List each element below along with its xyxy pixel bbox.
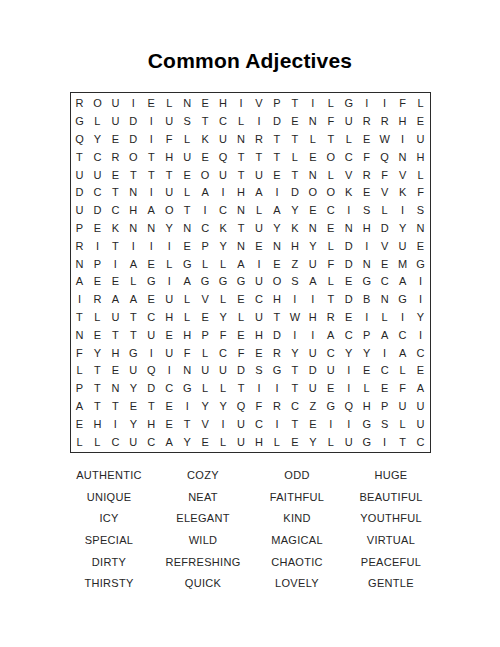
grid-cell[interactable]: O [304, 184, 322, 202]
grid-cell[interactable]: L [304, 131, 322, 149]
grid-cell[interactable]: C [322, 344, 340, 362]
grid-cell[interactable]: F [214, 326, 232, 344]
grid-cell[interactable]: V [250, 95, 268, 113]
grid-cell[interactable]: U [304, 255, 322, 273]
grid-cell[interactable]: L [214, 380, 232, 398]
grid-cell[interactable]: L [322, 166, 340, 184]
grid-cell[interactable]: A [106, 291, 124, 309]
grid-cell[interactable]: V [340, 166, 358, 184]
grid-cell[interactable]: I [286, 326, 304, 344]
grid-cell[interactable]: U [304, 380, 322, 398]
grid-cell[interactable]: N [394, 148, 412, 166]
grid-cell[interactable]: I [232, 95, 250, 113]
grid-cell[interactable]: E [196, 433, 214, 451]
grid-cell[interactable]: Q [376, 148, 394, 166]
grid-cell[interactable]: C [340, 148, 358, 166]
grid-cell[interactable]: I [124, 237, 142, 255]
grid-cell[interactable]: H [232, 184, 250, 202]
grid-cell[interactable]: E [160, 326, 178, 344]
grid-cell[interactable]: T [322, 291, 340, 309]
grid-cell[interactable]: H [106, 344, 124, 362]
grid-cell[interactable]: U [160, 184, 178, 202]
grid-cell[interactable]: D [268, 113, 286, 131]
grid-cell[interactable]: C [214, 344, 232, 362]
grid-cell[interactable]: F [322, 255, 340, 273]
grid-cell[interactable]: G [178, 255, 196, 273]
grid-cell[interactable]: S [358, 202, 376, 220]
grid-cell[interactable]: T [160, 166, 178, 184]
grid-cell[interactable]: T [232, 166, 250, 184]
grid-cell[interactable]: I [394, 309, 412, 327]
grid-cell[interactable]: R [250, 131, 268, 149]
grid-cell[interactable]: I [358, 237, 376, 255]
grid-cell[interactable]: G [322, 398, 340, 416]
grid-cell[interactable]: Q [232, 398, 250, 416]
grid-cell[interactable]: Q [142, 362, 160, 380]
grid-cell[interactable]: T [232, 380, 250, 398]
grid-cell[interactable]: N [71, 326, 89, 344]
grid-cell[interactable]: G [358, 433, 376, 451]
grid-cell[interactable]: L [322, 433, 340, 451]
grid-cell[interactable]: F [232, 344, 250, 362]
grid-cell[interactable]: R [88, 291, 106, 309]
grid-cell[interactable]: L [214, 291, 232, 309]
grid-cell[interactable]: I [394, 131, 412, 149]
grid-cell[interactable]: L [88, 113, 106, 131]
grid-cell[interactable]: T [196, 113, 214, 131]
grid-cell[interactable]: U [214, 362, 232, 380]
grid-cell[interactable]: T [88, 398, 106, 416]
grid-cell[interactable]: T [250, 148, 268, 166]
grid-cell[interactable]: E [268, 255, 286, 273]
grid-cell[interactable]: A [304, 273, 322, 291]
grid-cell[interactable]: L [196, 344, 214, 362]
grid-cell[interactable]: O [322, 184, 340, 202]
grid-cell[interactable]: U [232, 433, 250, 451]
grid-cell[interactable]: T [268, 309, 286, 327]
grid-cell[interactable]: E [124, 398, 142, 416]
grid-cell[interactable]: L [412, 166, 430, 184]
grid-cell[interactable]: P [88, 255, 106, 273]
grid-cell[interactable]: I [412, 326, 430, 344]
grid-cell[interactable]: R [358, 166, 376, 184]
grid-cell[interactable]: U [214, 131, 232, 149]
grid-cell[interactable]: H [88, 415, 106, 433]
grid-cell[interactable]: U [412, 131, 430, 149]
grid-cell[interactable]: U [160, 291, 178, 309]
grid-cell[interactable]: A [394, 273, 412, 291]
grid-cell[interactable]: N [142, 220, 160, 238]
grid-cell[interactable]: A [376, 326, 394, 344]
grid-cell[interactable]: N [178, 220, 196, 238]
grid-cell[interactable]: Y [88, 131, 106, 149]
grid-cell[interactable]: E [106, 131, 124, 149]
grid-cell[interactable]: C [376, 362, 394, 380]
grid-cell[interactable]: G [358, 273, 376, 291]
grid-cell[interactable]: I [412, 291, 430, 309]
grid-cell[interactable]: H [268, 291, 286, 309]
grid-cell[interactable]: I [106, 415, 124, 433]
grid-cell[interactable]: L [322, 273, 340, 291]
grid-cell[interactable]: V [196, 291, 214, 309]
grid-cell[interactable]: R [268, 344, 286, 362]
grid-cell[interactable]: I [268, 380, 286, 398]
grid-cell[interactable]: U [322, 362, 340, 380]
grid-cell[interactable]: U [196, 362, 214, 380]
grid-cell[interactable]: Y [178, 433, 196, 451]
grid-cell[interactable]: U [250, 273, 268, 291]
grid-cell[interactable]: N [412, 220, 430, 238]
grid-cell[interactable]: A [394, 344, 412, 362]
grid-cell[interactable]: L [232, 113, 250, 131]
grid-cell[interactable]: K [340, 184, 358, 202]
grid-cell[interactable]: L [71, 362, 89, 380]
grid-cell[interactable]: U [178, 148, 196, 166]
grid-cell[interactable]: Y [412, 309, 430, 327]
grid-cell[interactable]: E [250, 344, 268, 362]
grid-cell[interactable]: Q [340, 398, 358, 416]
grid-cell[interactable]: C [322, 202, 340, 220]
grid-cell[interactable]: T [88, 362, 106, 380]
grid-cell[interactable]: D [124, 113, 142, 131]
grid-cell[interactable]: G [394, 291, 412, 309]
grid-cell[interactable]: C [412, 344, 430, 362]
grid-cell[interactable]: L [124, 273, 142, 291]
grid-cell[interactable]: A [71, 273, 89, 291]
grid-cell[interactable]: I [340, 380, 358, 398]
grid-cell[interactable]: L [232, 309, 250, 327]
grid-cell[interactable]: L [160, 255, 178, 273]
grid-cell[interactable]: U [124, 433, 142, 451]
grid-cell[interactable]: H [394, 113, 412, 131]
grid-cell[interactable]: L [376, 202, 394, 220]
grid-cell[interactable]: E [178, 166, 196, 184]
grid-cell[interactable]: A [124, 255, 142, 273]
grid-cell[interactable]: A [71, 398, 89, 416]
grid-cell[interactable]: I [412, 273, 430, 291]
grid-cell[interactable]: L [178, 291, 196, 309]
grid-cell[interactable]: D [304, 362, 322, 380]
grid-cell[interactable]: D [124, 131, 142, 149]
grid-cell[interactable]: N [232, 202, 250, 220]
grid-cell[interactable]: E [412, 113, 430, 131]
grid-cell[interactable]: E [304, 202, 322, 220]
grid-cell[interactable]: C [250, 291, 268, 309]
grid-cell[interactable]: T [71, 309, 89, 327]
grid-cell[interactable]: K [196, 131, 214, 149]
grid-cell[interactable]: W [286, 309, 304, 327]
grid-cell[interactable]: U [106, 309, 124, 327]
grid-cell[interactable]: R [358, 113, 376, 131]
grid-cell[interactable]: H [160, 309, 178, 327]
grid-cell[interactable]: L [286, 148, 304, 166]
grid-cell[interactable]: E [88, 220, 106, 238]
grid-cell[interactable]: E [358, 184, 376, 202]
grid-cell[interactable]: U [71, 166, 89, 184]
grid-cell[interactable]: Y [286, 344, 304, 362]
grid-cell[interactable]: E [142, 255, 160, 273]
grid-cell[interactable]: E [340, 273, 358, 291]
grid-cell[interactable]: V [376, 184, 394, 202]
grid-cell[interactable]: F [71, 344, 89, 362]
grid-cell[interactable]: U [394, 398, 412, 416]
grid-cell[interactable]: E [286, 113, 304, 131]
grid-cell[interactable]: V [196, 415, 214, 433]
grid-cell[interactable]: A [142, 202, 160, 220]
grid-cell[interactable]: E [358, 362, 376, 380]
grid-cell[interactable]: V [376, 237, 394, 255]
grid-cell[interactable]: Q [71, 131, 89, 149]
grid-cell[interactable]: G [214, 273, 232, 291]
grid-cell[interactable]: C [142, 309, 160, 327]
grid-cell[interactable]: F [394, 380, 412, 398]
grid-cell[interactable]: C [412, 433, 430, 451]
grid-cell[interactable]: G [232, 273, 250, 291]
grid-cell[interactable]: E [142, 95, 160, 113]
grid-cell[interactable]: U [214, 166, 232, 184]
grid-cell[interactable]: Y [196, 398, 214, 416]
grid-cell[interactable]: T [106, 237, 124, 255]
grid-cell[interactable]: R [268, 398, 286, 416]
grid-cell[interactable]: I [160, 273, 178, 291]
grid-cell[interactable]: Y [340, 344, 358, 362]
grid-cell[interactable]: G [268, 362, 286, 380]
grid-cell[interactable]: I [142, 113, 160, 131]
grid-cell[interactable]: N [124, 184, 142, 202]
grid-cell[interactable]: D [71, 184, 89, 202]
grid-cell[interactable]: U [232, 415, 250, 433]
grid-cell[interactable]: N [124, 220, 142, 238]
grid-cell[interactable]: R [71, 95, 89, 113]
grid-cell[interactable]: G [196, 273, 214, 291]
grid-cell[interactable]: E [106, 362, 124, 380]
grid-cell[interactable]: P [376, 398, 394, 416]
grid-cell[interactable]: L [322, 237, 340, 255]
grid-cell[interactable]: H [124, 202, 142, 220]
grid-cell[interactable]: F [160, 131, 178, 149]
grid-cell[interactable]: D [376, 220, 394, 238]
grid-cell[interactable]: I [376, 95, 394, 113]
grid-cell[interactable]: I [394, 202, 412, 220]
grid-cell[interactable]: A [160, 433, 178, 451]
grid-cell[interactable]: H [178, 326, 196, 344]
grid-cell[interactable]: C [88, 184, 106, 202]
grid-cell[interactable]: I [340, 202, 358, 220]
grid-cell[interactable]: L [322, 95, 340, 113]
grid-cell[interactable]: U [250, 309, 268, 327]
grid-cell[interactable]: U [160, 344, 178, 362]
grid-cell[interactable]: L [412, 95, 430, 113]
grid-cell[interactable]: T [124, 326, 142, 344]
grid-cell[interactable]: L [376, 309, 394, 327]
grid-cell[interactable]: D [340, 255, 358, 273]
grid-cell[interactable]: T [124, 166, 142, 184]
grid-cell[interactable]: F [250, 398, 268, 416]
grid-cell[interactable]: W [376, 131, 394, 149]
grid-cell[interactable]: H [412, 148, 430, 166]
grid-cell[interactable]: Y [304, 433, 322, 451]
grid-cell[interactable]: P [196, 326, 214, 344]
grid-cell[interactable]: E [160, 398, 178, 416]
grid-cell[interactable]: L [88, 433, 106, 451]
grid-cell[interactable]: H [160, 148, 178, 166]
grid-cell[interactable]: N [232, 237, 250, 255]
grid-cell[interactable]: S [250, 362, 268, 380]
grid-cell[interactable]: N [178, 95, 196, 113]
grid-cell[interactable]: L [340, 131, 358, 149]
grid-cell[interactable]: T [178, 202, 196, 220]
grid-cell[interactable]: U [394, 237, 412, 255]
grid-cell[interactable]: Y [268, 220, 286, 238]
grid-cell[interactable]: Y [214, 237, 232, 255]
grid-cell[interactable]: I [178, 398, 196, 416]
grid-cell[interactable]: I [142, 344, 160, 362]
grid-cell[interactable]: C [214, 202, 232, 220]
grid-cell[interactable]: K [394, 184, 412, 202]
grid-cell[interactable]: L [196, 380, 214, 398]
grid-cell[interactable]: I [358, 309, 376, 327]
grid-cell[interactable]: E [340, 309, 358, 327]
grid-cell[interactable]: I [214, 184, 232, 202]
grid-cell[interactable]: M [394, 255, 412, 273]
grid-cell[interactable]: T [286, 380, 304, 398]
grid-cell[interactable]: F [376, 166, 394, 184]
grid-cell[interactable]: O [124, 148, 142, 166]
grid-cell[interactable]: I [304, 95, 322, 113]
grid-cell[interactable]: D [268, 326, 286, 344]
grid-cell[interactable]: U [71, 202, 89, 220]
grid-cell[interactable]: C [250, 415, 268, 433]
grid-cell[interactable]: Y [88, 344, 106, 362]
grid-cell[interactable]: O [160, 202, 178, 220]
grid-cell[interactable]: Q [214, 148, 232, 166]
grid-cell[interactable]: E [358, 131, 376, 149]
grid-cell[interactable]: R [106, 148, 124, 166]
grid-cell[interactable]: K [286, 220, 304, 238]
grid-cell[interactable]: N [178, 362, 196, 380]
grid-cell[interactable]: U [160, 113, 178, 131]
grid-cell[interactable]: T [106, 184, 124, 202]
grid-cell[interactable]: S [286, 273, 304, 291]
grid-cell[interactable]: D [340, 237, 358, 255]
grid-cell[interactable]: N [376, 291, 394, 309]
grid-cell[interactable]: L [394, 362, 412, 380]
grid-cell[interactable]: E [178, 237, 196, 255]
grid-cell[interactable]: A [322, 326, 340, 344]
grid-cell[interactable]: H [358, 220, 376, 238]
grid-cell[interactable]: T [268, 131, 286, 149]
grid-cell[interactable]: T [286, 362, 304, 380]
grid-cell[interactable]: T [232, 148, 250, 166]
grid-cell[interactable]: P [358, 326, 376, 344]
grid-cell[interactable]: A [250, 184, 268, 202]
grid-cell[interactable]: I [88, 237, 106, 255]
grid-cell[interactable]: U [142, 326, 160, 344]
grid-cell[interactable]: Y [286, 202, 304, 220]
grid-cell[interactable]: H [358, 398, 376, 416]
grid-cell[interactable]: I [376, 344, 394, 362]
grid-cell[interactable]: Y [124, 415, 142, 433]
grid-cell[interactable]: D [142, 380, 160, 398]
grid-cell[interactable]: Y [394, 220, 412, 238]
grid-cell[interactable]: F [322, 113, 340, 131]
grid-cell[interactable]: H [250, 433, 268, 451]
grid-cell[interactable]: L [178, 309, 196, 327]
grid-cell[interactable]: L [268, 433, 286, 451]
grid-cell[interactable]: O [268, 273, 286, 291]
grid-cell[interactable]: T [286, 415, 304, 433]
grid-cell[interactable]: T [286, 131, 304, 149]
grid-cell[interactable]: P [71, 220, 89, 238]
grid-cell[interactable]: E [250, 237, 268, 255]
grid-cell[interactable]: I [106, 255, 124, 273]
grid-cell[interactable]: T [232, 220, 250, 238]
grid-cell[interactable]: I [268, 184, 286, 202]
grid-cell[interactable]: O [196, 166, 214, 184]
grid-cell[interactable]: C [286, 398, 304, 416]
grid-cell[interactable]: I [214, 415, 232, 433]
grid-cell[interactable]: E [232, 326, 250, 344]
grid-cell[interactable]: Y [160, 220, 178, 238]
grid-cell[interactable]: T [142, 398, 160, 416]
grid-cell[interactable]: T [142, 166, 160, 184]
grid-cell[interactable]: A [196, 184, 214, 202]
grid-cell[interactable]: E [142, 291, 160, 309]
grid-cell[interactable]: I [304, 326, 322, 344]
grid-cell[interactable]: Y [214, 309, 232, 327]
grid-cell[interactable]: C [214, 113, 232, 131]
grid-cell[interactable]: C [394, 326, 412, 344]
grid-cell[interactable]: D [232, 362, 250, 380]
grid-cell[interactable]: T [142, 148, 160, 166]
grid-cell[interactable]: I [142, 237, 160, 255]
grid-cell[interactable]: C [160, 380, 178, 398]
grid-cell[interactable]: O [88, 95, 106, 113]
grid-cell[interactable]: E [304, 148, 322, 166]
grid-cell[interactable]: F [358, 148, 376, 166]
grid-cell[interactable]: V [394, 166, 412, 184]
grid-cell[interactable]: L [196, 255, 214, 273]
grid-cell[interactable]: Z [304, 398, 322, 416]
grid-cell[interactable]: E [286, 433, 304, 451]
grid-cell[interactable]: I [340, 415, 358, 433]
grid-cell[interactable]: L [250, 202, 268, 220]
grid-cell[interactable]: C [106, 433, 124, 451]
grid-cell[interactable]: U [340, 113, 358, 131]
grid-cell[interactable]: E [106, 166, 124, 184]
grid-cell[interactable]: E [160, 415, 178, 433]
grid-cell[interactable]: G [71, 113, 89, 131]
grid-cell[interactable]: R [376, 113, 394, 131]
grid-cell[interactable]: L [178, 131, 196, 149]
grid-cell[interactable]: S [412, 202, 430, 220]
grid-cell[interactable]: P [196, 237, 214, 255]
grid-cell[interactable]: I [376, 433, 394, 451]
grid-cell[interactable]: U [250, 220, 268, 238]
grid-cell[interactable]: P [71, 380, 89, 398]
grid-cell[interactable]: A [232, 255, 250, 273]
grid-cell[interactable]: A [124, 291, 142, 309]
grid-cell[interactable]: T [106, 398, 124, 416]
grid-cell[interactable]: C [142, 433, 160, 451]
grid-cell[interactable]: T [124, 309, 142, 327]
grid-cell[interactable]: E [304, 415, 322, 433]
grid-cell[interactable]: N [304, 220, 322, 238]
grid-cell[interactable]: L [71, 433, 89, 451]
grid-cell[interactable]: I [268, 415, 286, 433]
grid-cell[interactable]: E [196, 95, 214, 113]
grid-cell[interactable]: T [178, 415, 196, 433]
